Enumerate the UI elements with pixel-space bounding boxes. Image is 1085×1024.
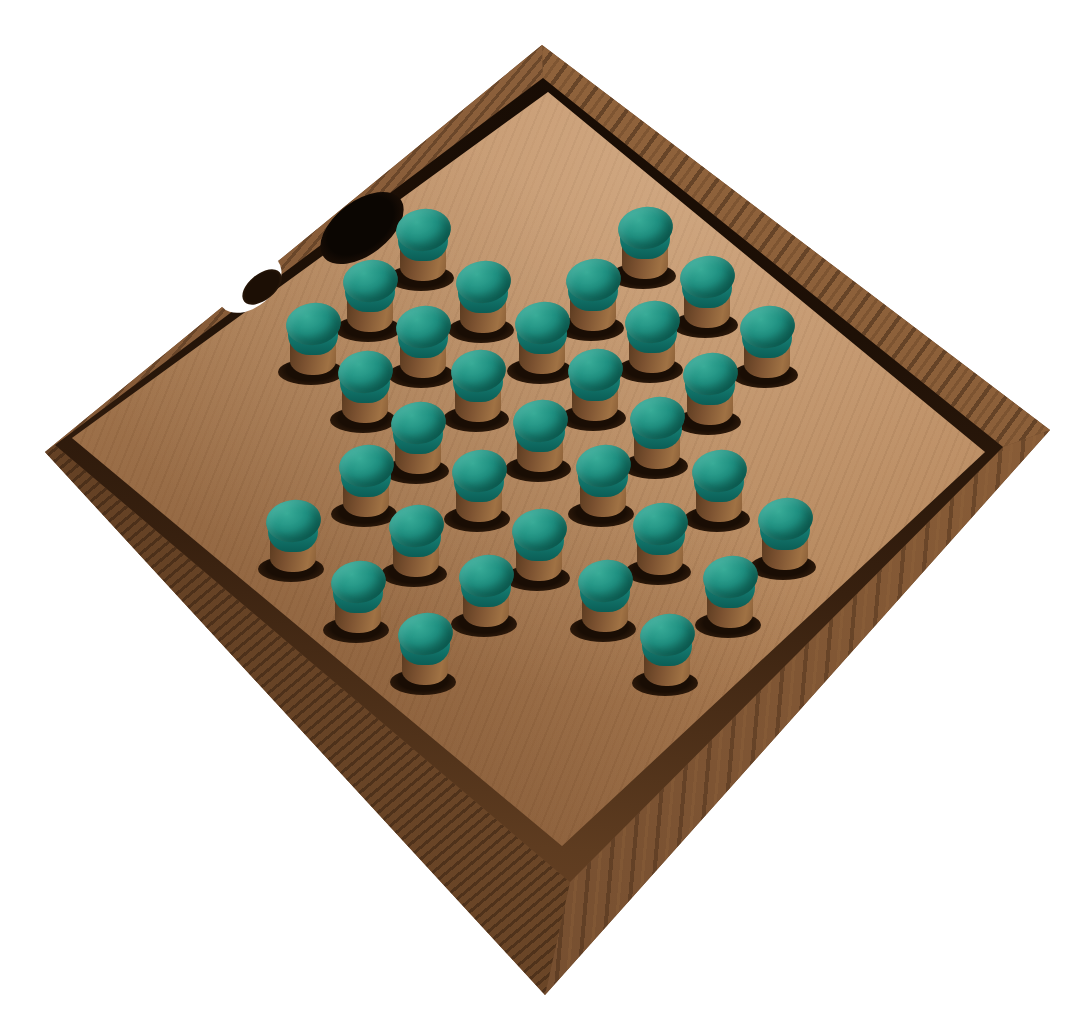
peg-c3r3[interactable]: [505, 400, 575, 492]
peg-c4r6[interactable]: [390, 613, 460, 705]
peg-c6r3[interactable]: [695, 556, 765, 648]
peg-c5r4[interactable]: [570, 560, 640, 652]
peg-c3r6[interactable]: [323, 561, 393, 653]
peg-solitaire-product-photo: [0, 0, 1085, 1024]
peg-c4r5[interactable]: [451, 555, 521, 647]
peg-c6r4[interactable]: [632, 614, 702, 706]
peg-c2r3[interactable]: [443, 350, 513, 442]
peg-c2r6[interactable]: [258, 500, 328, 592]
